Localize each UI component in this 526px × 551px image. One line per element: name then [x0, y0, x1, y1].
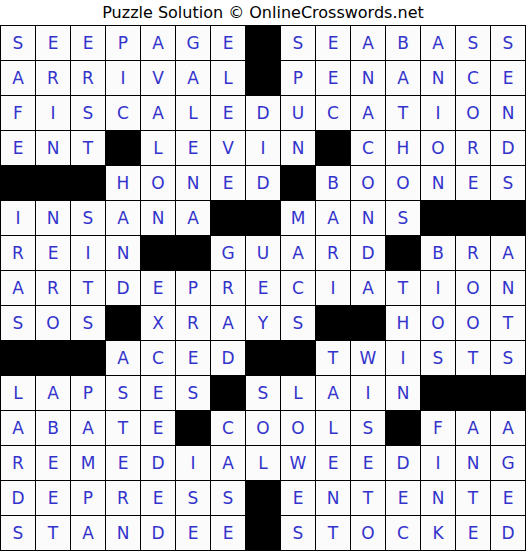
letter-cell-r4c2: N — [36, 131, 70, 165]
letter-cell-r6c4: A — [106, 201, 140, 235]
letter-cell-r1c14: S — [456, 26, 490, 60]
block-cell-r6c14 — [456, 201, 490, 235]
letter-cell-r11c4: S — [106, 376, 140, 410]
letter-cell-r13c1: R — [1, 446, 35, 480]
letter-cell-r5c8: D — [246, 166, 280, 200]
letter-cell-r1c2: E — [36, 26, 70, 60]
letter-cell-r8c3: T — [71, 271, 105, 305]
letter-cell-r1c3: E — [71, 26, 105, 60]
letter-cell-r15c6: E — [176, 516, 210, 550]
letter-cell-r11c1: L — [1, 376, 35, 410]
letter-cell-r7c7: G — [211, 236, 245, 270]
letter-cell-r8c13: I — [421, 271, 455, 305]
letter-cell-r5c5: O — [141, 166, 175, 200]
letter-cell-r2c1: A — [1, 61, 35, 95]
letter-cell-r13c13: I — [421, 446, 455, 480]
letter-cell-r1c9: S — [281, 26, 315, 60]
block-cell-r11c13 — [421, 376, 455, 410]
letter-cell-r11c9: L — [281, 376, 315, 410]
letter-cell-r15c1: S — [1, 516, 35, 550]
letter-cell-r1c11: A — [351, 26, 385, 60]
letter-cell-r14c2: E — [36, 481, 70, 515]
letter-cell-r5c6: N — [176, 166, 210, 200]
letter-cell-r2c3: R — [71, 61, 105, 95]
letter-cell-r9c8: Y — [246, 306, 280, 340]
letter-cell-r8c9: C — [281, 271, 315, 305]
block-cell-r10c3 — [71, 341, 105, 375]
crossword-grid: SEEPAGESEABASSARRIVALPENANCEFISCALEDUCAT… — [0, 25, 526, 551]
letter-cell-r6c5: N — [141, 201, 175, 235]
letter-cell-r10c12: I — [386, 341, 420, 375]
block-cell-r5c9 — [281, 166, 315, 200]
puzzle-solution-page: Puzzle Solution © OnlineCrosswords.net S… — [0, 0, 526, 551]
block-cell-r2c8 — [246, 61, 280, 95]
letter-cell-r8c5: E — [141, 271, 175, 305]
letter-cell-r5c14: E — [456, 166, 490, 200]
letter-cell-r6c2: N — [36, 201, 70, 235]
letter-cell-r8c7: R — [211, 271, 245, 305]
letter-cell-r4c7: V — [211, 131, 245, 165]
block-cell-r10c1 — [1, 341, 35, 375]
letter-cell-r8c8: E — [246, 271, 280, 305]
letter-cell-r14c9: E — [281, 481, 315, 515]
letter-cell-r8c4: D — [106, 271, 140, 305]
letter-cell-r8c1: A — [1, 271, 35, 305]
letter-cell-r1c5: A — [141, 26, 175, 60]
letter-cell-r13c4: E — [106, 446, 140, 480]
letter-cell-r4c12: H — [386, 131, 420, 165]
letter-cell-r5c13: N — [421, 166, 455, 200]
block-cell-r6c7 — [211, 201, 245, 235]
letter-cell-r13c14: N — [456, 446, 490, 480]
letter-cell-r3c4: C — [106, 96, 140, 130]
letter-cell-r1c6: G — [176, 26, 210, 60]
letter-cell-r14c13: N — [421, 481, 455, 515]
letter-cell-r3c8: D — [246, 96, 280, 130]
letter-cell-r9c3: S — [71, 306, 105, 340]
letter-cell-r13c3: M — [71, 446, 105, 480]
letter-cell-r7c4: N — [106, 236, 140, 270]
letter-cell-r10c15: S — [491, 341, 525, 375]
letter-cell-r3c12: T — [386, 96, 420, 130]
letter-cell-r7c14: R — [456, 236, 490, 270]
letter-cell-r2c11: N — [351, 61, 385, 95]
letter-cell-r11c2: A — [36, 376, 70, 410]
letter-cell-r3c11: A — [351, 96, 385, 130]
block-cell-r9c4 — [106, 306, 140, 340]
letter-cell-r8c2: R — [36, 271, 70, 305]
letter-cell-r4c1: E — [1, 131, 35, 165]
letter-cell-r13c10: E — [316, 446, 350, 480]
block-cell-r5c3 — [71, 166, 105, 200]
block-cell-r12c6 — [176, 411, 210, 445]
letter-cell-r1c15: S — [491, 26, 525, 60]
letter-cell-r6c1: I — [1, 201, 35, 235]
page-title: Puzzle Solution © OnlineCrosswords.net — [0, 0, 526, 25]
block-cell-r14c8 — [246, 481, 280, 515]
block-cell-r15c8 — [246, 516, 280, 550]
letter-cell-r6c12: S — [386, 201, 420, 235]
letter-cell-r4c13: O — [421, 131, 455, 165]
block-cell-r11c7 — [211, 376, 245, 410]
letter-cell-r1c1: S — [1, 26, 35, 60]
block-cell-r10c8 — [246, 341, 280, 375]
letter-cell-r14c15: E — [491, 481, 525, 515]
letter-cell-r15c13: K — [421, 516, 455, 550]
letter-cell-r9c14: O — [456, 306, 490, 340]
block-cell-r7c12 — [386, 236, 420, 270]
letter-cell-r11c5: E — [141, 376, 175, 410]
letter-cell-r8c12: T — [386, 271, 420, 305]
block-cell-r6c13 — [421, 201, 455, 235]
letter-cell-r2c12: A — [386, 61, 420, 95]
letter-cell-r12c15: A — [491, 411, 525, 445]
letter-cell-r1c4: P — [106, 26, 140, 60]
letter-cell-r12c5: E — [141, 411, 175, 445]
block-cell-r9c10 — [316, 306, 350, 340]
letter-cell-r5c15: S — [491, 166, 525, 200]
letter-cell-r11c10: A — [316, 376, 350, 410]
letter-cell-r3c9: U — [281, 96, 315, 130]
letter-cell-r15c11: O — [351, 516, 385, 550]
letter-cell-r7c15: A — [491, 236, 525, 270]
letter-cell-r3c15: N — [491, 96, 525, 130]
letter-cell-r11c6: S — [176, 376, 210, 410]
letter-cell-r14c1: D — [1, 481, 35, 515]
letter-cell-r14c14: T — [456, 481, 490, 515]
letter-cell-r4c5: L — [141, 131, 175, 165]
letter-cell-r3c6: L — [176, 96, 210, 130]
letter-cell-r9c15: T — [491, 306, 525, 340]
letter-cell-r15c12: C — [386, 516, 420, 550]
letter-cell-r9c2: O — [36, 306, 70, 340]
letter-cell-r14c3: P — [71, 481, 105, 515]
letter-cell-r2c4: I — [106, 61, 140, 95]
letter-cell-r2c14: C — [456, 61, 490, 95]
letter-cell-r10c4: A — [106, 341, 140, 375]
letter-cell-r9c7: A — [211, 306, 245, 340]
block-cell-r9c11 — [351, 306, 385, 340]
letter-cell-r3c2: I — [36, 96, 70, 130]
letter-cell-r3c3: S — [71, 96, 105, 130]
letter-cell-r13c12: D — [386, 446, 420, 480]
letter-cell-r3c7: E — [211, 96, 245, 130]
letter-cell-r13c5: D — [141, 446, 175, 480]
letter-cell-r10c10: T — [316, 341, 350, 375]
letter-cell-r14c6: S — [176, 481, 210, 515]
letter-cell-r15c3: A — [71, 516, 105, 550]
letter-cell-r1c13: A — [421, 26, 455, 60]
letter-cell-r8c10: I — [316, 271, 350, 305]
letter-cell-r13c9: W — [281, 446, 315, 480]
letter-cell-r13c6: I — [176, 446, 210, 480]
letter-cell-r15c10: T — [316, 516, 350, 550]
letter-cell-r2c9: P — [281, 61, 315, 95]
letter-cell-r12c8: O — [246, 411, 280, 445]
letter-cell-r7c8: U — [246, 236, 280, 270]
letter-cell-r12c7: C — [211, 411, 245, 445]
letter-cell-r12c11: S — [351, 411, 385, 445]
block-cell-r11c15 — [491, 376, 525, 410]
letter-cell-r15c15: D — [491, 516, 525, 550]
letter-cell-r12c2: B — [36, 411, 70, 445]
letter-cell-r7c10: R — [316, 236, 350, 270]
letter-cell-r10c6: E — [176, 341, 210, 375]
letter-cell-r15c9: S — [281, 516, 315, 550]
letter-cell-r6c6: A — [176, 201, 210, 235]
letter-cell-r14c4: R — [106, 481, 140, 515]
letter-cell-r9c5: X — [141, 306, 175, 340]
block-cell-r10c9 — [281, 341, 315, 375]
letter-cell-r1c10: E — [316, 26, 350, 60]
letter-cell-r5c12: O — [386, 166, 420, 200]
letter-cell-r5c7: E — [211, 166, 245, 200]
letter-cell-r2c10: E — [316, 61, 350, 95]
letter-cell-r12c4: T — [106, 411, 140, 445]
letter-cell-r2c5: V — [141, 61, 175, 95]
letter-cell-r3c14: O — [456, 96, 490, 130]
letter-cell-r12c13: F — [421, 411, 455, 445]
letter-cell-r12c3: A — [71, 411, 105, 445]
letter-cell-r7c9: A — [281, 236, 315, 270]
letter-cell-r7c13: B — [421, 236, 455, 270]
letter-cell-r6c3: S — [71, 201, 105, 235]
letter-cell-r15c4: N — [106, 516, 140, 550]
letter-cell-r15c5: D — [141, 516, 175, 550]
letter-cell-r7c3: I — [71, 236, 105, 270]
letter-cell-r12c10: L — [316, 411, 350, 445]
block-cell-r7c6 — [176, 236, 210, 270]
letter-cell-r10c14: T — [456, 341, 490, 375]
letter-cell-r13c15: G — [491, 446, 525, 480]
letter-cell-r15c14: E — [456, 516, 490, 550]
letter-cell-r7c1: R — [1, 236, 35, 270]
block-cell-r4c10 — [316, 131, 350, 165]
letter-cell-r10c13: S — [421, 341, 455, 375]
letter-cell-r3c10: C — [316, 96, 350, 130]
letter-cell-r12c14: A — [456, 411, 490, 445]
block-cell-r6c8 — [246, 201, 280, 235]
letter-cell-r9c9: S — [281, 306, 315, 340]
block-cell-r7c5 — [141, 236, 175, 270]
block-cell-r12c12 — [386, 411, 420, 445]
letter-cell-r8c6: P — [176, 271, 210, 305]
letter-cell-r10c11: W — [351, 341, 385, 375]
block-cell-r4c4 — [106, 131, 140, 165]
letter-cell-r14c7: S — [211, 481, 245, 515]
letter-cell-r3c13: I — [421, 96, 455, 130]
letter-cell-r8c15: N — [491, 271, 525, 305]
letter-cell-r9c6: R — [176, 306, 210, 340]
block-cell-r1c8 — [246, 26, 280, 60]
letter-cell-r11c3: P — [71, 376, 105, 410]
letter-cell-r1c7: E — [211, 26, 245, 60]
letter-cell-r13c2: E — [36, 446, 70, 480]
letter-cell-r4c6: E — [176, 131, 210, 165]
letter-cell-r13c8: L — [246, 446, 280, 480]
letter-cell-r9c1: S — [1, 306, 35, 340]
letter-cell-r6c11: N — [351, 201, 385, 235]
letter-cell-r15c2: T — [36, 516, 70, 550]
letter-cell-r7c11: D — [351, 236, 385, 270]
letter-cell-r2c6: A — [176, 61, 210, 95]
letter-cell-r14c10: N — [316, 481, 350, 515]
letter-cell-r4c8: I — [246, 131, 280, 165]
letter-cell-r9c13: O — [421, 306, 455, 340]
block-cell-r5c2 — [36, 166, 70, 200]
letter-cell-r14c5: E — [141, 481, 175, 515]
letter-cell-r12c9: O — [281, 411, 315, 445]
letter-cell-r13c11: E — [351, 446, 385, 480]
letter-cell-r4c9: N — [281, 131, 315, 165]
letter-cell-r5c11: O — [351, 166, 385, 200]
letter-cell-r2c15: E — [491, 61, 525, 95]
letter-cell-r6c9: M — [281, 201, 315, 235]
letter-cell-r15c7: E — [211, 516, 245, 550]
letter-cell-r2c13: N — [421, 61, 455, 95]
letter-cell-r9c12: H — [386, 306, 420, 340]
letter-cell-r5c4: H — [106, 166, 140, 200]
letter-cell-r13c7: A — [211, 446, 245, 480]
block-cell-r11c14 — [456, 376, 490, 410]
letter-cell-r4c14: R — [456, 131, 490, 165]
letter-cell-r14c12: E — [386, 481, 420, 515]
letter-cell-r3c5: A — [141, 96, 175, 130]
letter-cell-r4c3: T — [71, 131, 105, 165]
letter-cell-r4c15: D — [491, 131, 525, 165]
letter-cell-r2c7: L — [211, 61, 245, 95]
letter-cell-r11c11: I — [351, 376, 385, 410]
letter-cell-r11c12: N — [386, 376, 420, 410]
block-cell-r6c15 — [491, 201, 525, 235]
letter-cell-r3c1: F — [1, 96, 35, 130]
block-cell-r5c1 — [1, 166, 35, 200]
letter-cell-r2c2: R — [36, 61, 70, 95]
letter-cell-r6c10: A — [316, 201, 350, 235]
letter-cell-r8c11: A — [351, 271, 385, 305]
letter-cell-r10c5: C — [141, 341, 175, 375]
letter-cell-r14c11: T — [351, 481, 385, 515]
letter-cell-r12c1: A — [1, 411, 35, 445]
letter-cell-r1c12: B — [386, 26, 420, 60]
letter-cell-r7c2: E — [36, 236, 70, 270]
letter-cell-r8c14: O — [456, 271, 490, 305]
letter-cell-r4c11: C — [351, 131, 385, 165]
letter-cell-r5c10: B — [316, 166, 350, 200]
letter-cell-r11c8: S — [246, 376, 280, 410]
block-cell-r10c2 — [36, 341, 70, 375]
letter-cell-r10c7: D — [211, 341, 245, 375]
